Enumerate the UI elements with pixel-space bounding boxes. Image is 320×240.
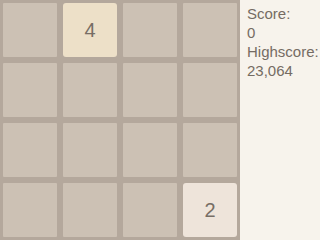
- cell-r0c3: [183, 3, 237, 57]
- cell-r3c2: [123, 183, 177, 237]
- highscore-value: 23,064: [247, 61, 319, 80]
- cell-r2c1: [63, 123, 117, 177]
- cell-r0c2: [123, 3, 177, 57]
- cell-r2c2: [123, 123, 177, 177]
- cell-r2c0: [3, 123, 57, 177]
- cell-r1c2: [123, 63, 177, 117]
- board[interactable]: 42: [0, 0, 240, 240]
- tile-2-r3c3: 2: [183, 183, 237, 237]
- score-panel: Score: 0 Highscore: 23,064: [240, 0, 320, 240]
- cell-r1c1: [63, 63, 117, 117]
- cell-r1c0: [3, 63, 57, 117]
- score-value: 0: [247, 23, 319, 42]
- cell-r3c1: [63, 183, 117, 237]
- cell-r0c0: [3, 3, 57, 57]
- cell-r3c0: [3, 183, 57, 237]
- 2048-app: 42 Score: 0 Highscore: 23,064: [0, 0, 320, 240]
- cell-r1c3: [183, 63, 237, 117]
- tile-4-r0c1: 4: [63, 3, 117, 57]
- highscore-label: Highscore:: [247, 42, 319, 61]
- score-label: Score:: [247, 4, 319, 23]
- cell-r2c3: [183, 123, 237, 177]
